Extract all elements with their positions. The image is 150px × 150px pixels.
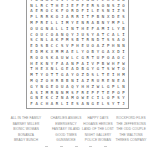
word-list-column-4: ROCKFORD FILESTHE JEFFERSONSTHE ODD COUP… [112,116,150,144]
footer-dash [45,146,48,148]
word-list-item: FANTASY ISLAND [48,127,84,133]
word-list-item: GUNSMOKE [48,138,84,144]
word-list-item: LAND OF THE LOST [82,127,114,133]
footer-dash [89,146,92,148]
word-list-item: THREES COMPANY [112,138,150,144]
footer-dash [75,146,78,148]
word-list-column-2: CHARLIES ANGELSEMERGENCYFANTASY ISLANDGO… [48,116,84,144]
word-list-item: CHARLIES ANGELS [48,116,84,122]
grid-cell[interactable]: J [121,101,126,107]
word-list-column-3: HAPPY DAYSHOGANS HEROESLAND OF THE LOSTN… [82,116,114,144]
word-list-column-1: ALL IN THE FAMILYBARNEY MILLERBIONIC WOM… [2,116,50,144]
word-list-item: BRADY BUNCH [2,138,50,144]
word-search-page: { "game": "word-search", "board": { "row… [0,0,150,150]
word-list-item: THE ODD COUPLE [112,127,150,133]
word-list-item: ROCKFORD FILES [112,116,150,122]
word-search-board: YDNALSIYSATNAFEKCOBNLRCTHEJEFFERSONSZOAE… [26,0,129,109]
word-list-item: POLICE WOMAN [82,138,114,144]
footer-dash [104,146,107,148]
footer-dash [60,146,63,148]
page-footer-fragment [45,145,107,148]
